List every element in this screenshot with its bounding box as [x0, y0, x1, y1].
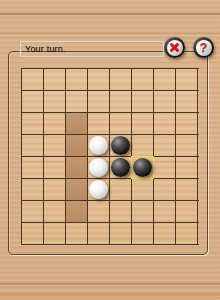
board-cell[interactable] [66, 201, 87, 222]
board-cell[interactable] [66, 157, 87, 178]
board-cell[interactable] [44, 157, 65, 178]
board-cell[interactable] [44, 69, 65, 90]
board-cell[interactable] [88, 201, 109, 222]
board-cell[interactable] [176, 223, 197, 244]
board-cell[interactable] [154, 69, 175, 90]
board-cell[interactable] [88, 223, 109, 244]
help-button[interactable]: ? [193, 37, 214, 58]
status-text: Your turn. [25, 44, 66, 54]
board-cell[interactable] [132, 179, 153, 200]
close-button[interactable] [164, 37, 185, 58]
board-cell[interactable] [22, 157, 43, 178]
board-cell[interactable] [110, 69, 131, 90]
board-cell[interactable] [132, 223, 153, 244]
board-cell[interactable] [154, 179, 175, 200]
board-cell[interactable] [44, 135, 65, 156]
status-bar: Your turn. [20, 41, 164, 57]
board-cell[interactable] [22, 113, 43, 134]
black-disc [133, 158, 152, 177]
game-window: Your turn. ? [0, 0, 220, 300]
board-cell[interactable] [44, 179, 65, 200]
board-cell[interactable] [154, 135, 175, 156]
board-cell[interactable] [66, 135, 87, 156]
white-disc [89, 136, 108, 155]
board-cell[interactable] [132, 91, 153, 112]
white-disc [89, 158, 108, 177]
board-cell[interactable] [154, 223, 175, 244]
board-cell[interactable] [88, 69, 109, 90]
board-cell[interactable] [22, 91, 43, 112]
board-cell[interactable] [44, 91, 65, 112]
board-cell[interactable] [44, 201, 65, 222]
board-cell[interactable] [22, 135, 43, 156]
board-cell[interactable] [110, 201, 131, 222]
wood-grain-streak [0, 283, 220, 285]
board-cell[interactable] [22, 179, 43, 200]
board-cell[interactable] [44, 223, 65, 244]
board-cell[interactable] [154, 157, 175, 178]
board-cell[interactable] [110, 91, 131, 112]
board-cell[interactable] [176, 157, 197, 178]
board-cell[interactable] [44, 113, 65, 134]
board-cell[interactable] [154, 201, 175, 222]
board-cell[interactable] [22, 223, 43, 244]
close-x-icon [168, 41, 181, 54]
board-cell[interactable] [176, 91, 197, 112]
board-cell[interactable] [66, 223, 87, 244]
board-cell[interactable] [66, 179, 87, 200]
reversi-board [21, 68, 199, 245]
board-cell[interactable] [88, 113, 109, 134]
board-cell[interactable] [176, 69, 197, 90]
board-cell[interactable] [110, 223, 131, 244]
board-cell[interactable] [66, 91, 87, 112]
black-disc [111, 158, 130, 177]
board-cell[interactable] [154, 91, 175, 112]
board-cell[interactable] [176, 135, 197, 156]
board-cell[interactable] [66, 113, 87, 134]
board-cell[interactable] [176, 201, 197, 222]
board-cell[interactable] [22, 201, 43, 222]
board-cell[interactable] [132, 201, 153, 222]
board-cell[interactable] [132, 69, 153, 90]
wood-grain-streak [0, 293, 220, 296]
board-cell[interactable] [154, 113, 175, 134]
question-mark-icon: ? [200, 41, 208, 54]
board-cell[interactable] [132, 113, 153, 134]
board-cell[interactable] [66, 69, 87, 90]
board-cell[interactable] [88, 91, 109, 112]
board-cell[interactable] [110, 179, 131, 200]
board-cell[interactable] [176, 179, 197, 200]
black-disc [111, 136, 130, 155]
board-cell[interactable] [132, 135, 153, 156]
board-cell[interactable] [110, 113, 131, 134]
white-disc [89, 180, 108, 199]
board-cell[interactable] [176, 113, 197, 134]
wood-grain-streak [0, 33, 220, 34]
wood-grain-streak [0, 13, 220, 15]
board-cell[interactable] [22, 69, 43, 90]
